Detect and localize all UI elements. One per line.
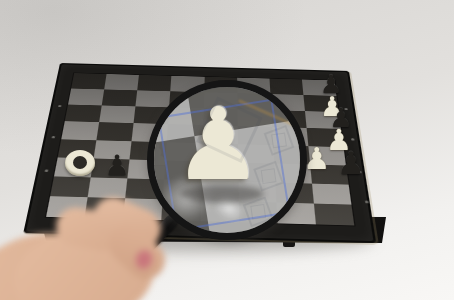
square[interactable] [123,198,163,220]
square[interactable] [136,90,171,107]
magnifier-lens[interactable]: ♟ [147,80,307,240]
square[interactable] [269,79,303,96]
photo-scene: ♟♟♟♟♟♟♟♟ ♟ 摄图网 [0,0,454,300]
frame-stud [45,169,49,172]
rook-top-opening [73,156,87,169]
frame-stud [52,136,56,138]
square[interactable] [312,183,352,204]
square[interactable] [99,106,135,124]
square[interactable] [137,75,171,91]
lens-view: ♟ [154,87,300,233]
square[interactable] [50,176,91,197]
square[interactable] [104,74,139,90]
square[interactable] [314,203,355,225]
square[interactable] [102,90,138,107]
square[interactable] [65,105,102,123]
square[interactable] [68,89,104,106]
black-pawn[interactable]: ♟ [336,148,367,179]
square[interactable] [71,73,107,89]
square[interactable] [97,122,134,140]
frame-stud [365,201,369,204]
magnified-white-pawn[interactable]: ♟ [164,95,272,195]
frame-stud [58,105,62,107]
square[interactable] [85,197,126,219]
white-rook[interactable] [65,150,95,176]
black-pawn[interactable]: ♟ [103,152,131,180]
square[interactable] [46,196,88,218]
square[interactable] [61,121,99,139]
